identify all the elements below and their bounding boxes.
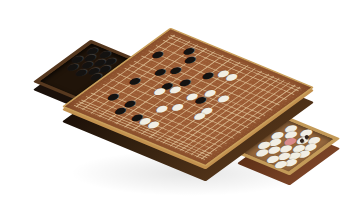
- product-photo-scene: ●●●●●●●●●●●● ●●●●●●●●●●●●●●●●●●●● ●●●●●●…: [0, 0, 348, 215]
- drawer-knob-icon: [304, 134, 310, 140]
- drawer-knob-icon: [299, 138, 305, 144]
